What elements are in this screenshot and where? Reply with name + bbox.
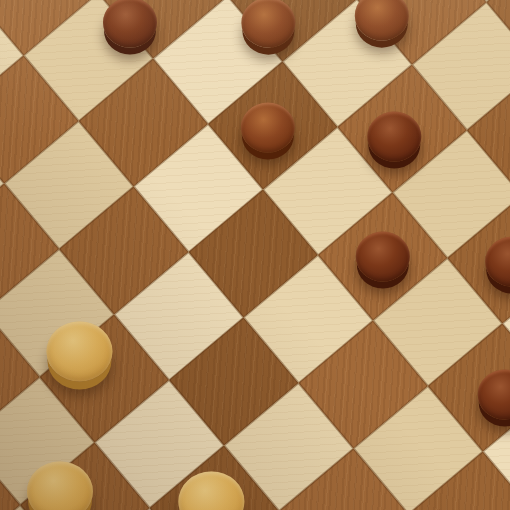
checkers-board: [0, 0, 510, 510]
checker-piece-dark[interactable]: [356, 232, 410, 282]
checker-piece-dark[interactable]: [478, 370, 510, 420]
checker-piece-light[interactable]: [178, 472, 244, 510]
checker-piece-dark[interactable]: [103, 0, 157, 48]
checker-piece-dark[interactable]: [367, 112, 421, 162]
checker-piece-dark[interactable]: [241, 103, 295, 153]
checker-piece-dark[interactable]: [485, 237, 510, 287]
checker-piece-dark[interactable]: [241, 0, 295, 48]
checkers-board-photo: [0, 0, 510, 510]
checker-piece-light[interactable]: [46, 322, 112, 382]
checker-piece-light[interactable]: [27, 462, 93, 510]
